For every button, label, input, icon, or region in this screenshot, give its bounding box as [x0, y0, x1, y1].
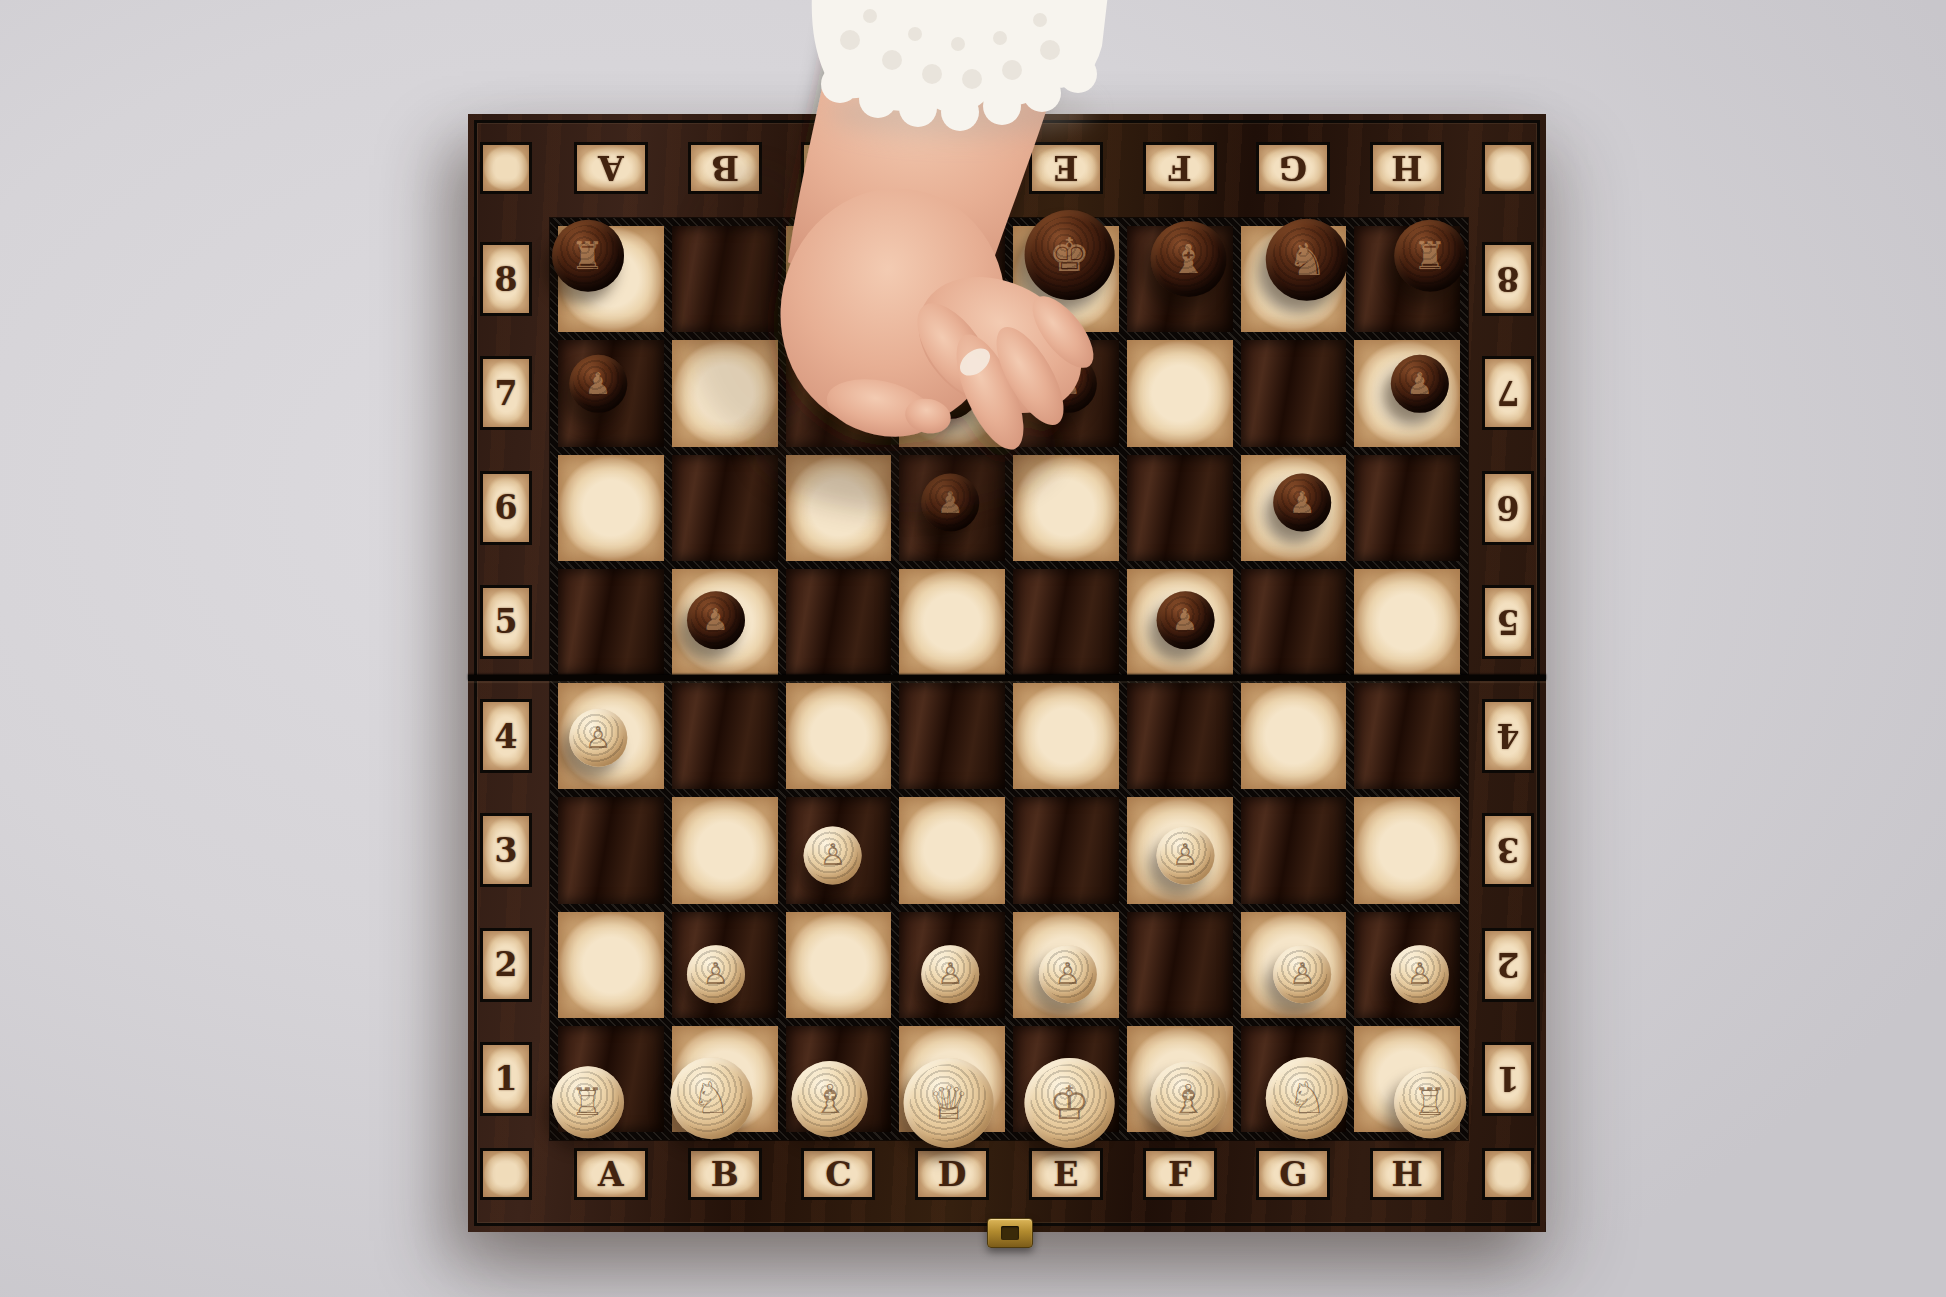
square-e6 [1013, 455, 1119, 561]
piece-white-bishop: ♗ [1150, 1061, 1226, 1137]
square-d5 [899, 569, 1005, 675]
piece-white-rook: ♖ [552, 1066, 624, 1138]
piece-white-king: ♔ [1024, 1058, 1114, 1148]
piece-black-pawn: ♟ [921, 473, 979, 531]
piece-white-pawn: ♙ [1391, 945, 1449, 1003]
square-d2: ♙ [899, 912, 1005, 1018]
square-f3: ♙ [1127, 797, 1233, 903]
square-f1: ♗ [1127, 1026, 1233, 1132]
square-h6 [1354, 455, 1460, 561]
rank-label-right-7: 7 [1482, 356, 1534, 430]
square-c4 [786, 683, 892, 789]
square-e1: ♔ [1013, 1026, 1119, 1132]
square-b1: ♘ [672, 1026, 778, 1132]
file-label-top-b: B [688, 142, 762, 194]
piece-white-queen: ♕ [904, 1058, 994, 1148]
piece-black-pawn: ♟ [1391, 355, 1449, 413]
file-label-bottom-e: E [1029, 1148, 1103, 1200]
square-d7: ♟ [899, 340, 1005, 446]
piece-white-pawn: ♙ [687, 945, 745, 1003]
square-e8: ♚ [1013, 226, 1119, 332]
photo-backdrop: { "game": "chess", "scene": { "descripti… [0, 0, 1946, 1297]
square-f8: ♝ [1127, 226, 1233, 332]
file-label-top-g: G [1256, 142, 1330, 194]
corner-cell-top-right [1482, 142, 1534, 194]
rank-label-right-1: 1 [1482, 1042, 1534, 1116]
square-g8: ♞ [1241, 226, 1347, 332]
piece-black-bishop: ♝ [1150, 221, 1226, 297]
piece-white-pawn: ♙ [1039, 945, 1097, 1003]
file-label-bottom-g: G [1256, 1148, 1330, 1200]
file-label-bottom-b: B [688, 1148, 762, 1200]
rank-label-left-2: 2 [480, 928, 532, 1002]
piece-black-king: ♚ [1024, 210, 1114, 300]
square-c7 [786, 340, 892, 446]
square-d8 [899, 226, 1005, 332]
square-h2: ♙ [1354, 912, 1460, 1018]
file-label-bottom-d: D [915, 1148, 989, 1200]
square-a2 [558, 912, 664, 1018]
square-f7 [1127, 340, 1233, 446]
square-h8: ♜ [1354, 226, 1460, 332]
square-g6: ♟ [1241, 455, 1347, 561]
square-e7: ♟ [1013, 340, 1119, 446]
file-label-bottom-a: A [574, 1148, 648, 1200]
square-h1: ♖ [1354, 1026, 1460, 1132]
rank-label-left-6: 6 [480, 471, 532, 545]
piece-black-rook: ♜ [1394, 220, 1466, 292]
square-g7 [1241, 340, 1347, 446]
rank-label-right-5: 5 [1482, 585, 1534, 659]
piece-white-bishop: ♗ [792, 1061, 868, 1137]
piece-white-pawn: ♙ [1274, 945, 1332, 1003]
square-a8: ♜ [558, 226, 664, 332]
file-label-top-c: C [801, 142, 875, 194]
piece-white-knight: ♘ [670, 1057, 752, 1139]
piece-black-pawn: ♟ [1039, 355, 1097, 413]
rank-label-left-1: 1 [480, 1042, 532, 1116]
file-label-top-e: E [1029, 142, 1103, 194]
square-h4 [1354, 683, 1460, 789]
piece-black-knight: ♞ [1266, 219, 1348, 301]
square-e4 [1013, 683, 1119, 789]
square-b5: ♟ [672, 569, 778, 675]
square-h5 [1354, 569, 1460, 675]
square-c3: ♙ [786, 797, 892, 903]
square-a6 [558, 455, 664, 561]
piece-black-pawn: ♟ [1156, 591, 1214, 649]
square-a3 [558, 797, 664, 903]
square-e2: ♙ [1013, 912, 1119, 1018]
rank-label-left-3: 3 [480, 813, 532, 887]
piece-black-pawn: ♟ [569, 355, 627, 413]
corner-cell-top-left [480, 142, 532, 194]
rank-label-right-2: 2 [1482, 928, 1534, 1002]
piece-white-pawn: ♙ [804, 827, 862, 885]
piece-black-pawn: ♟ [1274, 473, 1332, 531]
square-e3 [1013, 797, 1119, 903]
square-h7: ♟ [1354, 340, 1460, 446]
square-c2 [786, 912, 892, 1018]
rank-label-right-8: 8 [1482, 242, 1534, 316]
square-f6 [1127, 455, 1233, 561]
square-b3 [672, 797, 778, 903]
square-a7: ♟ [558, 340, 664, 446]
square-f2 [1127, 912, 1233, 1018]
square-a5 [558, 569, 664, 675]
square-g5 [1241, 569, 1347, 675]
square-a4: ♙ [558, 683, 664, 789]
rank-label-left-5: 5 [480, 585, 532, 659]
square-g2: ♙ [1241, 912, 1347, 1018]
square-d3 [899, 797, 1005, 903]
corner-cell-bottom-right [1482, 1148, 1534, 1200]
square-g4 [1241, 683, 1347, 789]
corner-cell-bottom-left [480, 1148, 532, 1200]
piece-black-rook: ♜ [552, 220, 624, 292]
file-label-top-d: D [915, 142, 989, 194]
piece-black-pawn: ♟ [687, 591, 745, 649]
rank-label-left-8: 8 [480, 242, 532, 316]
square-a1: ♖ [558, 1026, 664, 1132]
file-label-bottom-f: F [1143, 1148, 1217, 1200]
rank-label-right-3: 3 [1482, 813, 1534, 887]
square-b7 [672, 340, 778, 446]
piece-white-pawn: ♙ [1156, 827, 1214, 885]
lace-texture [840, 9, 1060, 89]
rank-label-left-7: 7 [480, 356, 532, 430]
square-e5 [1013, 569, 1119, 675]
square-g3 [1241, 797, 1347, 903]
file-label-bottom-h: H [1370, 1148, 1444, 1200]
square-d6: ♟ [899, 455, 1005, 561]
piece-white-rook: ♖ [1394, 1066, 1466, 1138]
square-b8 [672, 226, 778, 332]
rank-label-left-4: 4 [480, 699, 532, 773]
cuff-fabric [812, 0, 1108, 113]
square-c1: ♗ [786, 1026, 892, 1132]
square-f4 [1127, 683, 1233, 789]
file-label-top-f: F [1143, 142, 1217, 194]
piece-white-knight: ♘ [1266, 1057, 1348, 1139]
square-b2: ♙ [672, 912, 778, 1018]
square-g1: ♘ [1241, 1026, 1347, 1132]
square-d1: ♕ [899, 1026, 1005, 1132]
square-c8 [786, 226, 892, 332]
fold-seam [468, 675, 1546, 681]
brass-clasp [987, 1218, 1033, 1248]
rank-label-right-6: 6 [1482, 471, 1534, 545]
chess-board: ♜♚♝♞♜♟♟♟♟♟♟♟♟♙♙♙♙♙♙♙♙♖♘♗♕♔♗♘♖ AABBCCDDEE… [468, 114, 1546, 1232]
square-b6 [672, 455, 778, 561]
held-piece-black-pawn: ♟ [921, 361, 979, 419]
piece-white-pawn: ♙ [921, 945, 979, 1003]
square-b4 [672, 683, 778, 789]
rank-label-right-4: 4 [1482, 699, 1534, 773]
square-c6 [786, 455, 892, 561]
square-h3 [1354, 797, 1460, 903]
piece-white-pawn: ♙ [569, 709, 627, 767]
square-d4 [899, 683, 1005, 789]
file-label-bottom-c: C [801, 1148, 875, 1200]
file-label-top-h: H [1370, 142, 1444, 194]
square-c5 [786, 569, 892, 675]
square-f5: ♟ [1127, 569, 1233, 675]
file-label-top-a: A [574, 142, 648, 194]
